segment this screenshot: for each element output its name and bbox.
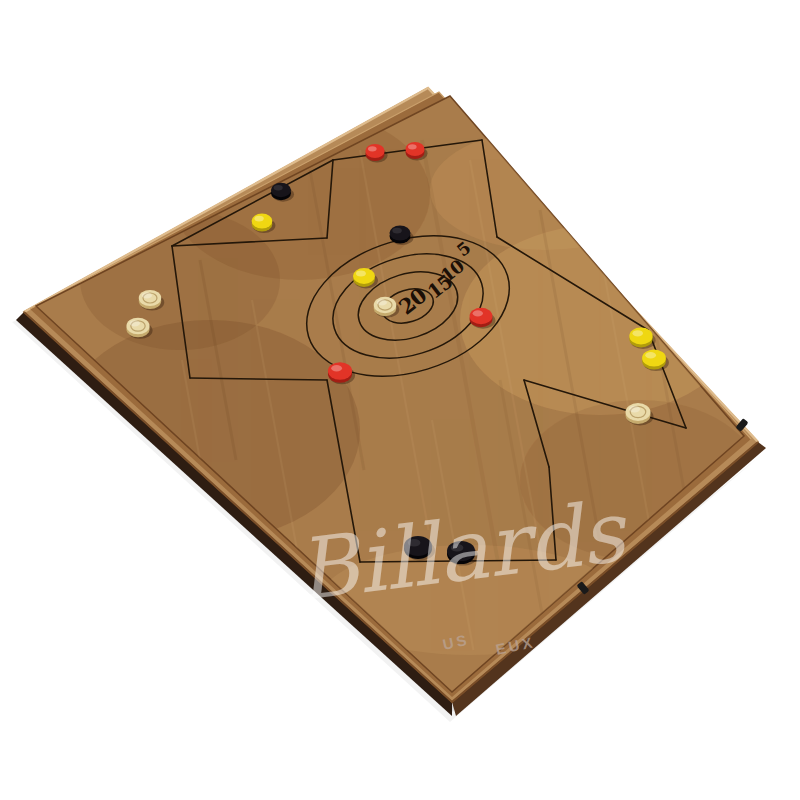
disc-top xyxy=(126,318,149,335)
disc-top xyxy=(139,290,161,306)
disc-gloss xyxy=(254,216,263,222)
disc-top xyxy=(374,297,397,313)
disc-top xyxy=(365,144,384,158)
disc-gloss xyxy=(274,185,283,190)
disc-gloss xyxy=(392,228,401,234)
disc-top xyxy=(626,403,651,421)
disc-top xyxy=(328,362,352,379)
disc-gloss xyxy=(629,406,640,413)
disc-gloss xyxy=(377,299,387,305)
photo-canvas: 5 10 15 20 Billards US EUX xyxy=(0,0,800,800)
disc-gloss xyxy=(130,320,140,326)
disc-gloss xyxy=(142,292,152,298)
disc-top xyxy=(470,308,493,324)
disc-gloss xyxy=(368,146,377,151)
disc-top xyxy=(405,142,424,156)
disc-gloss xyxy=(356,270,366,276)
disc-top xyxy=(642,349,666,366)
disc-top xyxy=(389,225,410,240)
disc-gloss xyxy=(632,330,642,336)
wood-tone-patch xyxy=(60,320,360,540)
disc-gloss xyxy=(331,365,342,372)
disc-gloss xyxy=(473,310,483,316)
disc-top xyxy=(629,328,652,345)
disc-top xyxy=(271,183,291,197)
disc-top xyxy=(353,268,375,284)
disc-gloss xyxy=(408,144,417,149)
disc-gloss xyxy=(645,352,656,359)
crokinole-board-photo: 5 10 15 20 Billards US EUX xyxy=(0,0,800,800)
disc-top xyxy=(252,214,273,229)
